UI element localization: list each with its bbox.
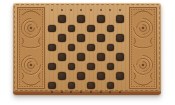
- carved-mark: [61, 9, 63, 11]
- square-f1[interactable]: [96, 81, 106, 91]
- square-a1[interactable]: [47, 81, 57, 91]
- square-c1[interactable]: [67, 81, 77, 91]
- right-carved-panel: [129, 7, 157, 89]
- square-g5[interactable]: [106, 43, 116, 53]
- square-d7[interactable]: [76, 24, 86, 34]
- dark-square-inlay: [48, 82, 56, 90]
- dark-square-inlay: [77, 72, 85, 80]
- carved-mark: [61, 91, 63, 93]
- dark-square-inlay: [107, 82, 115, 90]
- square-a4[interactable]: [47, 52, 57, 62]
- square-h8[interactable]: [115, 14, 125, 24]
- carved-mark: [119, 91, 121, 93]
- square-e2[interactable]: [86, 71, 96, 81]
- square-f7[interactable]: [96, 24, 106, 34]
- square-c3[interactable]: [67, 62, 77, 72]
- square-c4[interactable]: [67, 52, 77, 62]
- dark-square-inlay: [87, 44, 95, 52]
- square-e5[interactable]: [86, 43, 96, 53]
- square-h7[interactable]: [115, 24, 125, 34]
- square-e4[interactable]: [86, 52, 96, 62]
- dark-square-inlay: [116, 34, 124, 42]
- square-c2[interactable]: [67, 71, 77, 81]
- dark-square-inlay: [107, 44, 115, 52]
- square-h1[interactable]: [115, 81, 125, 91]
- dark-square-inlay: [48, 25, 56, 33]
- dark-square-inlay: [68, 44, 76, 52]
- square-b5[interactable]: [57, 43, 67, 53]
- square-f4[interactable]: [96, 52, 106, 62]
- square-e1[interactable]: [86, 81, 96, 91]
- square-h5[interactable]: [115, 43, 125, 53]
- dark-square-inlay: [97, 53, 105, 61]
- square-a2[interactable]: [47, 71, 57, 81]
- dark-square-inlay: [68, 63, 76, 71]
- square-f8[interactable]: [96, 14, 106, 24]
- square-h3[interactable]: [115, 62, 125, 72]
- dark-square-inlay: [97, 72, 105, 80]
- bottom-carved-marks: [47, 91, 125, 93]
- square-g7[interactable]: [106, 24, 116, 34]
- square-e7[interactable]: [86, 24, 96, 34]
- dark-square-inlay: [58, 34, 66, 42]
- dark-square-inlay: [116, 72, 124, 80]
- dark-square-inlay: [107, 63, 115, 71]
- square-g3[interactable]: [106, 62, 116, 72]
- square-d6[interactable]: [76, 33, 86, 43]
- top-carved-marks: [47, 9, 125, 11]
- square-d2[interactable]: [76, 71, 86, 81]
- dark-square-inlay: [58, 72, 66, 80]
- dark-square-inlay: [58, 53, 66, 61]
- square-f3[interactable]: [96, 62, 106, 72]
- carved-mark: [100, 91, 102, 93]
- left-carved-panel: [17, 7, 45, 89]
- carved-wooden-chessboard: [13, 3, 161, 95]
- carved-mark: [90, 9, 92, 11]
- carved-mark: [90, 91, 92, 93]
- square-d4[interactable]: [76, 52, 86, 62]
- square-c5[interactable]: [67, 43, 77, 53]
- square-f2[interactable]: [96, 71, 106, 81]
- carved-mark: [70, 9, 72, 11]
- square-f6[interactable]: [96, 33, 106, 43]
- dark-square-inlay: [77, 34, 85, 42]
- square-a3[interactable]: [47, 62, 57, 72]
- square-d5[interactable]: [76, 43, 86, 53]
- square-g4[interactable]: [106, 52, 116, 62]
- square-g1[interactable]: [106, 81, 116, 91]
- square-h4[interactable]: [115, 52, 125, 62]
- square-b4[interactable]: [57, 52, 67, 62]
- carved-mark: [119, 9, 121, 11]
- dark-square-inlay: [77, 53, 85, 61]
- square-b2[interactable]: [57, 71, 67, 81]
- dark-square-inlay: [48, 63, 56, 71]
- square-g8[interactable]: [106, 14, 116, 24]
- square-b1[interactable]: [57, 81, 67, 91]
- carved-mark: [100, 9, 102, 11]
- square-d8[interactable]: [76, 14, 86, 24]
- dark-square-inlay: [58, 15, 66, 23]
- square-d3[interactable]: [76, 62, 86, 72]
- square-b3[interactable]: [57, 62, 67, 72]
- photo-background: [0, 0, 175, 105]
- dark-square-inlay: [48, 44, 56, 52]
- dark-square-inlay: [87, 63, 95, 71]
- carved-mark: [80, 91, 82, 93]
- dark-square-inlay: [68, 25, 76, 33]
- square-h2[interactable]: [115, 71, 125, 81]
- dark-square-inlay: [87, 25, 95, 33]
- square-c8[interactable]: [67, 14, 77, 24]
- square-a8[interactable]: [47, 14, 57, 24]
- square-g2[interactable]: [106, 71, 116, 81]
- square-a5[interactable]: [47, 43, 57, 53]
- carved-mark: [80, 9, 82, 11]
- chess-grid: [47, 14, 125, 90]
- carved-mark: [51, 9, 53, 11]
- square-a7[interactable]: [47, 24, 57, 34]
- square-a6[interactable]: [47, 33, 57, 43]
- dark-square-inlay: [107, 25, 115, 33]
- square-b6[interactable]: [57, 33, 67, 43]
- square-e6[interactable]: [86, 33, 96, 43]
- dark-square-inlay: [116, 15, 124, 23]
- dark-square-inlay: [77, 15, 85, 23]
- square-g6[interactable]: [106, 33, 116, 43]
- square-h6[interactable]: [115, 33, 125, 43]
- square-e8[interactable]: [86, 14, 96, 24]
- square-e3[interactable]: [86, 62, 96, 72]
- carved-mark: [70, 91, 72, 93]
- square-d1[interactable]: [76, 81, 86, 91]
- carved-mark: [109, 9, 111, 11]
- square-b7[interactable]: [57, 24, 67, 34]
- carved-mark: [51, 91, 53, 93]
- square-b8[interactable]: [57, 14, 67, 24]
- dark-square-inlay: [97, 34, 105, 42]
- dark-square-inlay: [116, 53, 124, 61]
- dark-square-inlay: [97, 15, 105, 23]
- dark-square-inlay: [87, 82, 95, 90]
- square-c7[interactable]: [67, 24, 77, 34]
- carved-mark: [109, 91, 111, 93]
- square-f5[interactable]: [96, 43, 106, 53]
- square-c6[interactable]: [67, 33, 77, 43]
- dark-square-inlay: [68, 82, 76, 90]
